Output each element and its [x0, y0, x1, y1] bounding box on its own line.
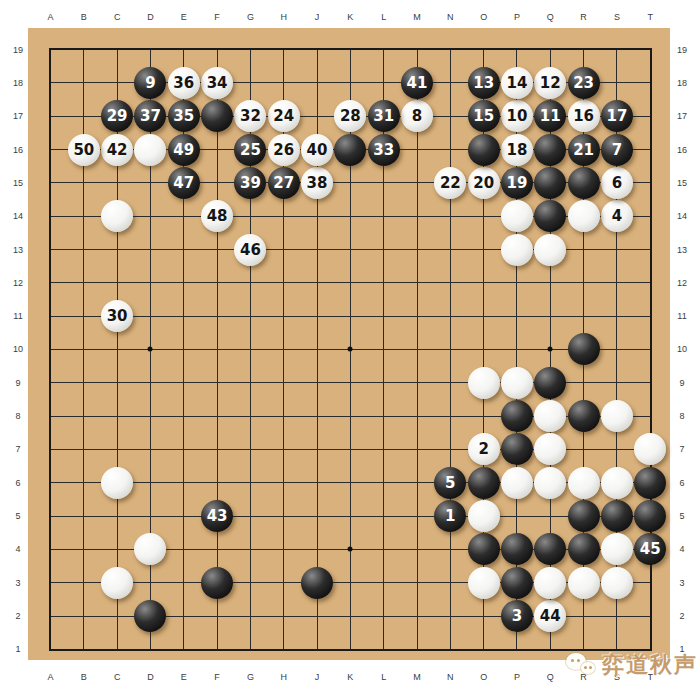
stone-t6	[634, 467, 666, 499]
stone-r16: 21	[568, 134, 600, 166]
stone-f3	[201, 567, 233, 599]
stone-p6	[501, 467, 533, 499]
stone-r17: 16	[568, 100, 600, 132]
row-label-right: 18	[677, 78, 687, 88]
stone-k17: 28	[334, 100, 366, 132]
stone-p3	[501, 567, 533, 599]
row-label-left: 14	[13, 211, 23, 221]
stone-c17: 29	[101, 100, 133, 132]
row-label-right: 5	[679, 511, 684, 521]
stone-r8	[568, 400, 600, 432]
stone-q2: 44	[534, 600, 566, 632]
stone-r14	[568, 200, 600, 232]
stone-n6: 5	[434, 467, 466, 499]
column-label-top: A	[47, 12, 53, 22]
stone-t7	[634, 433, 666, 465]
stone-f5: 43	[201, 500, 233, 532]
column-label-top: D	[147, 12, 154, 22]
row-label-left: 6	[15, 478, 20, 488]
stone-r5	[568, 500, 600, 532]
stone-c16: 42	[101, 134, 133, 166]
stone-c14	[101, 200, 133, 232]
stone-s5	[601, 500, 633, 532]
stone-n5: 1	[434, 500, 466, 532]
stone-q17: 11	[534, 100, 566, 132]
stone-p13	[501, 234, 533, 266]
stone-o9	[468, 367, 500, 399]
stone-s17: 17	[601, 100, 633, 132]
stone-q8	[534, 400, 566, 432]
stone-s15: 6	[601, 167, 633, 199]
row-label-left: 13	[13, 245, 23, 255]
stone-h17: 24	[268, 100, 300, 132]
stone-o7: 2	[468, 433, 500, 465]
stone-r10	[568, 333, 600, 365]
stone-s14: 4	[601, 200, 633, 232]
stone-e17: 35	[168, 100, 200, 132]
stone-p2: 3	[501, 600, 533, 632]
column-label-bottom: D	[147, 672, 154, 682]
stone-d18: 9	[134, 67, 166, 99]
stone-g13: 46	[234, 234, 266, 266]
stone-o4	[468, 533, 500, 565]
stone-f14: 48	[201, 200, 233, 232]
stone-e18: 36	[168, 67, 200, 99]
row-label-right: 15	[677, 178, 687, 188]
stone-p18: 14	[501, 67, 533, 99]
row-label-left: 10	[13, 344, 23, 354]
column-label-bottom: N	[447, 672, 454, 682]
stone-p15: 19	[501, 167, 533, 199]
stone-l16: 33	[368, 134, 400, 166]
stone-s8	[601, 400, 633, 432]
stone-j16: 40	[301, 134, 333, 166]
row-label-right: 4	[679, 544, 684, 554]
stone-o16	[468, 134, 500, 166]
column-label-top: K	[347, 12, 353, 22]
stone-j15: 38	[301, 167, 333, 199]
stone-o5	[468, 500, 500, 532]
stone-p8	[501, 400, 533, 432]
stone-o15: 20	[468, 167, 500, 199]
go-diagram-page: { "game": "go", "board_size": 19, "coord…	[0, 0, 700, 700]
stone-o17: 15	[468, 100, 500, 132]
column-label-bottom: K	[347, 672, 353, 682]
row-label-right: 2	[679, 611, 684, 621]
column-label-top: G	[247, 12, 254, 22]
row-label-right: 12	[677, 278, 687, 288]
column-label-top: R	[580, 12, 587, 22]
stone-l17: 31	[368, 100, 400, 132]
row-label-right: 6	[679, 478, 684, 488]
stone-g17: 32	[234, 100, 266, 132]
stone-e15: 47	[168, 167, 200, 199]
stone-e16: 49	[168, 134, 200, 166]
stone-j3	[301, 567, 333, 599]
row-label-right: 10	[677, 344, 687, 354]
stone-r6	[568, 467, 600, 499]
stone-q3	[534, 567, 566, 599]
stone-q15	[534, 167, 566, 199]
stone-q14	[534, 200, 566, 232]
column-label-bottom: C	[114, 672, 121, 682]
stone-d4	[134, 533, 166, 565]
stone-o18: 13	[468, 67, 500, 99]
stone-k16	[334, 134, 366, 166]
column-label-bottom: F	[214, 672, 220, 682]
stone-d16	[134, 134, 166, 166]
column-label-top: B	[81, 12, 87, 22]
stone-p14	[501, 200, 533, 232]
stone-p7	[501, 433, 533, 465]
column-label-top: T	[648, 12, 654, 22]
row-label-left: 7	[15, 444, 20, 454]
star-point	[148, 347, 153, 352]
column-label-top: F	[214, 12, 220, 22]
column-label-bottom: L	[381, 672, 386, 682]
column-label-top: S	[614, 12, 620, 22]
stone-r18: 23	[568, 67, 600, 99]
column-label-top: H	[280, 12, 287, 22]
stone-o3	[468, 567, 500, 599]
star-point	[348, 547, 353, 552]
column-label-top: J	[315, 12, 320, 22]
column-label-top: O	[480, 12, 487, 22]
column-label-top: L	[381, 12, 386, 22]
stone-s6	[601, 467, 633, 499]
row-label-right: 19	[677, 45, 687, 55]
row-label-right: 7	[679, 444, 684, 454]
row-label-left: 1	[15, 644, 20, 654]
stone-h16: 26	[268, 134, 300, 166]
stone-m18: 41	[401, 67, 433, 99]
row-label-right: 16	[677, 145, 687, 155]
stone-p17: 10	[501, 100, 533, 132]
stone-c3	[101, 567, 133, 599]
column-label-bottom: Q	[547, 672, 554, 682]
row-label-left: 3	[15, 578, 20, 588]
stone-r15	[568, 167, 600, 199]
stone-q7	[534, 433, 566, 465]
stone-d2	[134, 600, 166, 632]
column-label-bottom: G	[247, 672, 254, 682]
stone-m17: 8	[401, 100, 433, 132]
stone-q18: 12	[534, 67, 566, 99]
row-label-right: 3	[679, 578, 684, 588]
wechat-icon	[566, 650, 600, 680]
wechat-bubble-small	[581, 662, 595, 674]
column-label-bottom: B	[81, 672, 87, 682]
star-point	[348, 347, 353, 352]
stone-o6	[468, 467, 500, 499]
row-label-left: 16	[13, 145, 23, 155]
column-label-bottom: E	[181, 672, 187, 682]
column-label-top: M	[413, 12, 421, 22]
watermark-text: 弈道秋声	[602, 650, 698, 680]
stone-g15: 39	[234, 167, 266, 199]
row-label-left: 19	[13, 45, 23, 55]
row-label-left: 12	[13, 278, 23, 288]
column-label-bottom: P	[514, 672, 520, 682]
column-label-bottom: A	[47, 672, 53, 682]
stone-t4: 45	[634, 533, 666, 565]
stone-d17: 37	[134, 100, 166, 132]
stone-p16: 18	[501, 134, 533, 166]
row-label-right: 13	[677, 245, 687, 255]
stone-q4	[534, 533, 566, 565]
row-label-left: 15	[13, 178, 23, 188]
stone-s4	[601, 533, 633, 565]
stone-c11: 30	[101, 300, 133, 332]
stone-r3	[568, 567, 600, 599]
row-label-right: 17	[677, 111, 687, 121]
stone-f17	[201, 100, 233, 132]
column-label-bottom: M	[413, 672, 421, 682]
stone-t5	[634, 500, 666, 532]
stone-p4	[501, 533, 533, 565]
column-label-bottom: O	[480, 672, 487, 682]
column-label-top: P	[514, 12, 520, 22]
column-label-top: E	[181, 12, 187, 22]
stone-h15: 27	[268, 167, 300, 199]
row-label-left: 18	[13, 78, 23, 88]
column-label-top: N	[447, 12, 454, 22]
watermark: 弈道秋声	[566, 650, 698, 680]
stone-s3	[601, 567, 633, 599]
row-label-left: 9	[15, 378, 20, 388]
row-label-left: 17	[13, 111, 23, 121]
stone-g16: 25	[234, 134, 266, 166]
row-label-left: 5	[15, 511, 20, 521]
column-label-top: Q	[547, 12, 554, 22]
stone-p9	[501, 367, 533, 399]
stone-q9	[534, 367, 566, 399]
stone-c6	[101, 467, 133, 499]
stone-n15: 22	[434, 167, 466, 199]
stone-r4	[568, 533, 600, 565]
star-point	[548, 347, 553, 352]
stone-b16: 50	[68, 134, 100, 166]
row-label-right: 14	[677, 211, 687, 221]
stone-q16	[534, 134, 566, 166]
row-label-left: 11	[13, 311, 22, 321]
row-label-right: 9	[679, 378, 684, 388]
row-label-left: 2	[15, 611, 20, 621]
stone-q6	[534, 467, 566, 499]
row-label-right: 11	[677, 311, 686, 321]
stone-s16: 7	[601, 134, 633, 166]
stone-q13	[534, 234, 566, 266]
column-label-bottom: H	[280, 672, 287, 682]
row-label-left: 8	[15, 411, 20, 421]
stone-f18: 34	[201, 67, 233, 99]
row-label-right: 8	[679, 411, 684, 421]
column-label-top: C	[114, 12, 121, 22]
row-label-left: 4	[15, 544, 20, 554]
column-label-bottom: J	[315, 672, 320, 682]
